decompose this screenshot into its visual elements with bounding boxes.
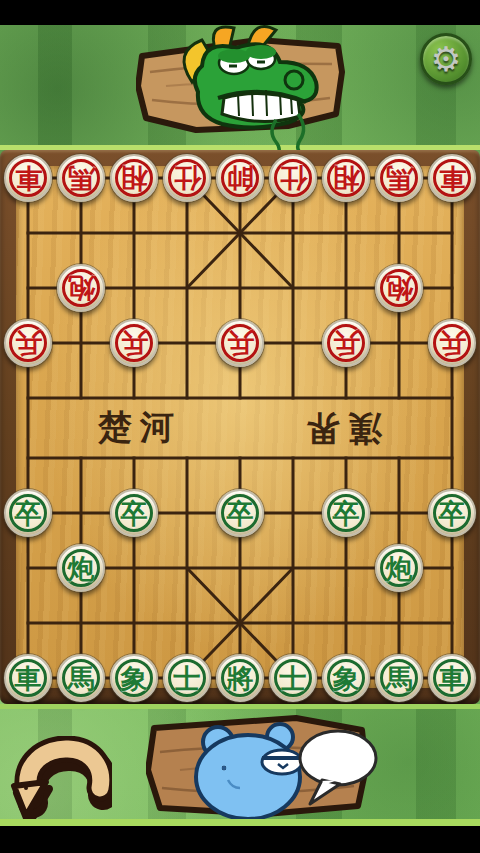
piece-green-r9c7[interactable]: 馬	[375, 654, 423, 702]
piece-character: 兵	[333, 330, 360, 357]
piece-ring: 炮	[62, 549, 100, 587]
piece-red-r2c7[interactable]: 炮	[375, 264, 423, 312]
piece-character: 帥	[227, 165, 254, 192]
piece-layer: 車馬相仕帥仕相馬車炮炮兵兵兵兵兵卒卒卒卒卒炮炮車馬象士將士象馬車	[0, 150, 480, 704]
piece-ring: 馬	[380, 659, 418, 697]
piece-green-r9c8[interactable]: 車	[428, 654, 476, 702]
piece-green-r6c8[interactable]: 卒	[428, 489, 476, 537]
piece-ring: 仕	[274, 159, 312, 197]
piece-red-r0c6[interactable]: 相	[322, 154, 370, 202]
piece-ring: 炮	[380, 549, 418, 587]
piece-character: 仕	[174, 165, 201, 192]
piece-red-r3c0[interactable]: 兵	[4, 319, 52, 367]
piece-red-r3c8[interactable]: 兵	[428, 319, 476, 367]
piece-green-r9c4[interactable]: 將	[216, 654, 264, 702]
piece-ring: 帥	[221, 159, 259, 197]
piece-character: 兵	[439, 330, 466, 357]
piece-green-r9c6[interactable]: 象	[322, 654, 370, 702]
piece-ring: 士	[168, 659, 206, 697]
settings-button[interactable]: ⚙	[420, 33, 472, 85]
piece-ring: 兵	[9, 324, 47, 362]
piece-ring: 車	[433, 159, 471, 197]
piece-red-r0c0[interactable]: 車	[4, 154, 52, 202]
piece-green-r9c5[interactable]: 士	[269, 654, 317, 702]
light-strip-bottom	[0, 819, 480, 826]
piece-ring: 卒	[9, 494, 47, 532]
piece-character: 車	[15, 665, 42, 692]
piece-character: 卒	[15, 500, 42, 527]
piece-ring: 相	[115, 159, 153, 197]
piece-ring: 馬	[62, 159, 100, 197]
piece-green-r7c7[interactable]: 炮	[375, 544, 423, 592]
piece-red-r3c2[interactable]: 兵	[110, 319, 158, 367]
piece-ring: 車	[9, 159, 47, 197]
piece-ring: 仕	[168, 159, 206, 197]
piece-ring: 兵	[221, 324, 259, 362]
piece-ring: 車	[433, 659, 471, 697]
piece-character: 仕	[280, 165, 307, 192]
piece-ring: 卒	[115, 494, 153, 532]
piece-red-r0c5[interactable]: 仕	[269, 154, 317, 202]
piece-character: 象	[121, 665, 148, 692]
piece-character: 馬	[386, 665, 413, 692]
piece-green-r9c2[interactable]: 象	[110, 654, 158, 702]
piece-character: 車	[439, 665, 466, 692]
piece-red-r0c7[interactable]: 馬	[375, 154, 423, 202]
piece-character: 士	[174, 665, 201, 692]
light-strip-below-board	[0, 704, 480, 709]
bottom-black-bar	[0, 826, 480, 853]
piece-character: 兵	[227, 330, 254, 357]
piece-ring: 炮	[62, 269, 100, 307]
piece-character: 車	[439, 165, 466, 192]
piece-character: 士	[280, 665, 307, 692]
piece-red-r0c4[interactable]: 帥	[216, 154, 264, 202]
piece-character: 兵	[15, 330, 42, 357]
piece-character: 炮	[386, 275, 413, 302]
piece-character: 相	[121, 165, 148, 192]
piece-character: 象	[333, 665, 360, 692]
piece-character: 炮	[68, 275, 95, 302]
piece-character: 卒	[333, 500, 360, 527]
piece-ring: 相	[327, 159, 365, 197]
piece-green-r6c6[interactable]: 卒	[322, 489, 370, 537]
piece-ring: 卒	[221, 494, 259, 532]
piece-ring: 馬	[62, 659, 100, 697]
piece-red-r0c3[interactable]: 仕	[163, 154, 211, 202]
piece-ring: 卒	[327, 494, 365, 532]
piece-green-r7c1[interactable]: 炮	[57, 544, 105, 592]
piece-ring: 象	[115, 659, 153, 697]
piece-character: 馬	[386, 165, 413, 192]
piece-ring: 士	[274, 659, 312, 697]
piece-character: 卒	[439, 500, 466, 527]
piece-red-r0c8[interactable]: 車	[428, 154, 476, 202]
piece-ring: 車	[9, 659, 47, 697]
app-root: ⚙ 楚河 漢界 車馬相仕帥仕相馬車炮炮兵兵兵兵兵卒卒卒卒卒炮炮車馬象士將士象馬車	[0, 0, 480, 853]
piece-ring: 將	[221, 659, 259, 697]
piece-green-r9c0[interactable]: 車	[4, 654, 52, 702]
piece-ring: 象	[327, 659, 365, 697]
piece-ring: 馬	[380, 159, 418, 197]
piece-ring: 炮	[380, 269, 418, 307]
piece-red-r0c1[interactable]: 馬	[57, 154, 105, 202]
piece-red-r3c4[interactable]: 兵	[216, 319, 264, 367]
gear-icon: ⚙	[431, 42, 461, 76]
piece-character: 兵	[121, 330, 148, 357]
piece-ring: 兵	[327, 324, 365, 362]
piece-character: 馬	[68, 665, 95, 692]
piece-ring: 卒	[433, 494, 471, 532]
piece-red-r2c1[interactable]: 炮	[57, 264, 105, 312]
piece-green-r6c0[interactable]: 卒	[4, 489, 52, 537]
speech-bubble-icon	[292, 728, 380, 810]
piece-character: 相	[333, 165, 360, 192]
piece-red-r3c6[interactable]: 兵	[322, 319, 370, 367]
piece-character: 卒	[227, 500, 254, 527]
piece-green-r9c1[interactable]: 馬	[57, 654, 105, 702]
dragon-mascot-icon	[158, 18, 328, 158]
piece-ring: 兵	[115, 324, 153, 362]
piece-ring: 兵	[433, 324, 471, 362]
piece-green-r9c3[interactable]: 士	[163, 654, 211, 702]
piece-character: 將	[227, 665, 254, 692]
piece-green-r6c2[interactable]: 卒	[110, 489, 158, 537]
piece-character: 車	[15, 165, 42, 192]
board-frame: 楚河 漢界 車馬相仕帥仕相馬車炮炮兵兵兵兵兵卒卒卒卒卒炮炮車馬象士將士象馬車	[0, 150, 480, 704]
piece-red-r0c2[interactable]: 相	[110, 154, 158, 202]
piece-character: 炮	[386, 555, 413, 582]
piece-character: 卒	[121, 500, 148, 527]
piece-character: 炮	[68, 555, 95, 582]
piece-green-r6c4[interactable]: 卒	[216, 489, 264, 537]
piece-character: 馬	[68, 165, 95, 192]
